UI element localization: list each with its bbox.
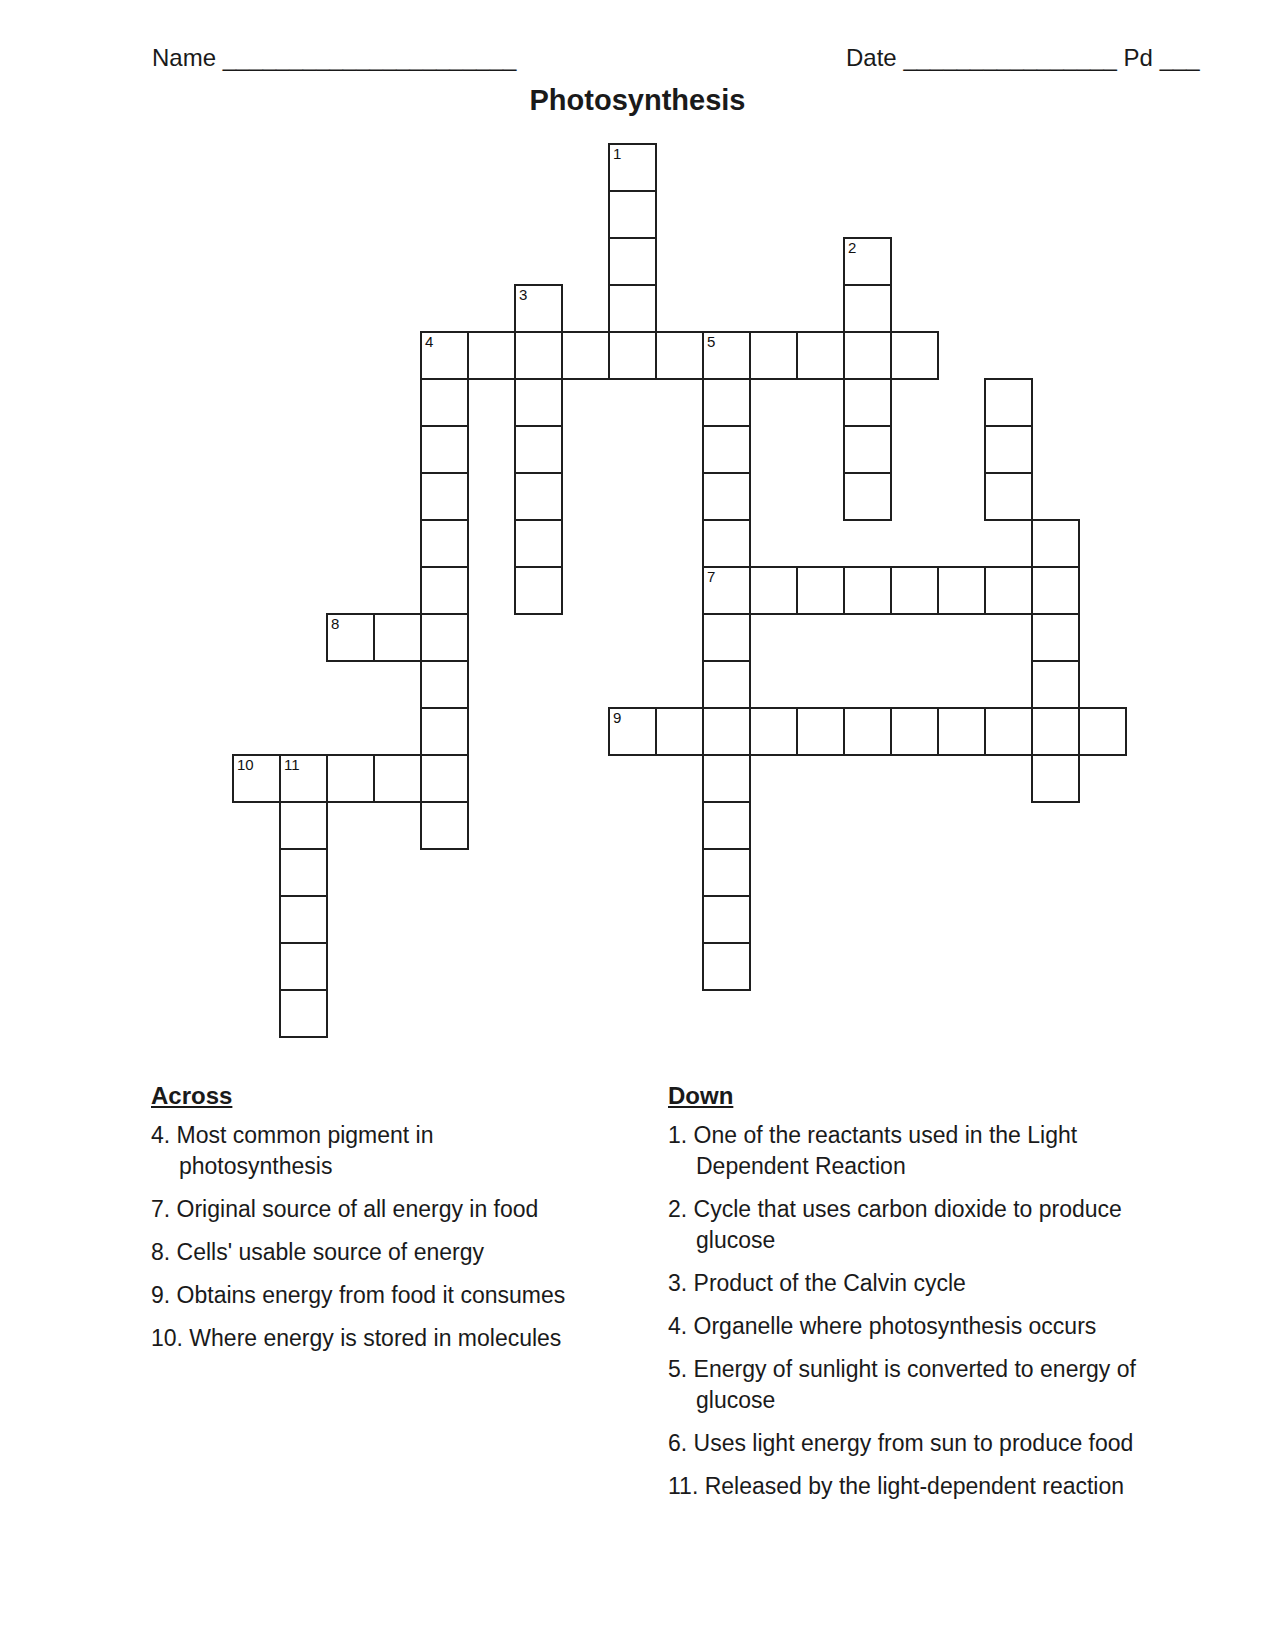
across-clues-section: Across 4. Most common pigment in photosy… bbox=[151, 1082, 626, 1366]
grid-cell[interactable] bbox=[843, 378, 892, 427]
grid-cell[interactable] bbox=[467, 331, 516, 380]
down-clue-list: 1. One of the reactants used in the Ligh… bbox=[668, 1120, 1213, 1502]
grid-cell[interactable] bbox=[843, 472, 892, 521]
grid-cell[interactable] bbox=[702, 848, 751, 897]
grid-cell[interactable] bbox=[749, 707, 798, 756]
grid-cell[interactable]: 8 bbox=[326, 613, 375, 662]
grid-cell[interactable] bbox=[749, 566, 798, 615]
grid-cell[interactable] bbox=[420, 707, 469, 756]
grid-cell[interactable] bbox=[420, 660, 469, 709]
grid-cell[interactable] bbox=[1031, 754, 1080, 803]
grid-cell[interactable] bbox=[843, 707, 892, 756]
date-blank: ________________ bbox=[903, 44, 1117, 71]
grid-cell[interactable] bbox=[843, 284, 892, 333]
grid-cell[interactable] bbox=[279, 989, 328, 1038]
grid-cell[interactable] bbox=[843, 425, 892, 474]
page-title: Photosynthesis bbox=[0, 84, 1275, 117]
down-clue-4: 4. Organelle where photosynthesis occurs bbox=[668, 1311, 1213, 1342]
grid-cell[interactable] bbox=[702, 378, 751, 427]
grid-cell[interactable]: 5 bbox=[702, 331, 751, 380]
grid-cell[interactable] bbox=[514, 566, 563, 615]
grid-cell[interactable] bbox=[420, 613, 469, 662]
grid-cell[interactable] bbox=[796, 331, 845, 380]
clue-number: 3 bbox=[519, 287, 527, 304]
down-clue-5: 5. Energy of sunlight is converted to en… bbox=[668, 1354, 1213, 1416]
across-clue-list: 4. Most common pigment in photosynthesis… bbox=[151, 1120, 626, 1354]
grid-cell[interactable] bbox=[796, 566, 845, 615]
grid-cell[interactable] bbox=[373, 613, 422, 662]
date-label: Date bbox=[846, 44, 897, 71]
grid-cell[interactable] bbox=[702, 519, 751, 568]
across-clue-9: 9. Obtains energy from food it consumes bbox=[151, 1280, 626, 1311]
grid-cell[interactable] bbox=[1078, 707, 1127, 756]
clue-number: 4 bbox=[425, 334, 433, 351]
grid-cell[interactable] bbox=[702, 707, 751, 756]
name-line: Name ______________________ bbox=[152, 44, 516, 72]
down-clues-section: Down 1. One of the reactants used in the… bbox=[668, 1082, 1213, 1514]
down-heading: Down bbox=[668, 1082, 1213, 1110]
grid-cell[interactable] bbox=[702, 660, 751, 709]
grid-cell[interactable]: 2 bbox=[843, 237, 892, 286]
grid-cell[interactable] bbox=[984, 425, 1033, 474]
grid-cell[interactable] bbox=[608, 284, 657, 333]
down-clue-3: 3. Product of the Calvin cycle bbox=[668, 1268, 1213, 1299]
clue-number: 8 bbox=[331, 616, 339, 633]
clue-number: 5 bbox=[707, 334, 715, 351]
grid-cell[interactable] bbox=[890, 331, 939, 380]
grid-cell[interactable]: 10 bbox=[232, 754, 281, 803]
grid-cell[interactable] bbox=[373, 754, 422, 803]
grid-cell[interactable] bbox=[561, 331, 610, 380]
name-label: Name bbox=[152, 44, 216, 71]
clue-number: 9 bbox=[613, 710, 621, 727]
down-clue-6: 6. Uses light energy from sun to produce… bbox=[668, 1428, 1213, 1459]
grid-cell[interactable] bbox=[796, 707, 845, 756]
clue-number: 11 bbox=[284, 757, 300, 774]
grid-cell[interactable] bbox=[514, 378, 563, 427]
grid-cell[interactable] bbox=[420, 801, 469, 850]
grid-cell[interactable] bbox=[1031, 707, 1080, 756]
grid-cell[interactable] bbox=[420, 566, 469, 615]
grid-cell[interactable] bbox=[420, 378, 469, 427]
down-clue-1: 1. One of the reactants used in the Ligh… bbox=[668, 1120, 1213, 1182]
date-line: Date ________________ Pd ___ bbox=[846, 44, 1200, 72]
grid-cell[interactable] bbox=[279, 895, 328, 944]
grid-cell[interactable] bbox=[420, 472, 469, 521]
grid-cell[interactable] bbox=[608, 331, 657, 380]
across-clue-10: 10. Where energy is stored in molecules bbox=[151, 1323, 626, 1354]
grid-cell[interactable] bbox=[702, 613, 751, 662]
clue-number: 1 bbox=[613, 146, 621, 163]
grid-cell[interactable] bbox=[514, 472, 563, 521]
grid-cell[interactable] bbox=[420, 754, 469, 803]
grid-cell[interactable] bbox=[984, 566, 1033, 615]
grid-cell[interactable] bbox=[984, 472, 1033, 521]
pd-label: Pd bbox=[1124, 44, 1153, 71]
grid-cell[interactable] bbox=[937, 566, 986, 615]
grid-cell[interactable] bbox=[843, 331, 892, 380]
grid-cell[interactable] bbox=[890, 707, 939, 756]
grid-cell[interactable] bbox=[702, 472, 751, 521]
across-clue-7: 7. Original source of all energy in food bbox=[151, 1194, 626, 1225]
grid-cell[interactable] bbox=[702, 425, 751, 474]
crossword-grid: 123457891011 bbox=[232, 143, 1127, 1038]
grid-cell[interactable] bbox=[937, 707, 986, 756]
clue-number: 7 bbox=[707, 569, 715, 586]
grid-cell[interactable] bbox=[1031, 519, 1080, 568]
grid-cell[interactable] bbox=[1031, 613, 1080, 662]
grid-cell[interactable] bbox=[514, 519, 563, 568]
grid-cell[interactable] bbox=[279, 942, 328, 991]
grid-cell[interactable] bbox=[514, 425, 563, 474]
across-heading: Across bbox=[151, 1082, 626, 1110]
grid-cell[interactable]: 3 bbox=[514, 284, 563, 333]
grid-cell[interactable] bbox=[1031, 566, 1080, 615]
pd-blank: ___ bbox=[1160, 44, 1200, 71]
across-clue-4: 4. Most common pigment in photosynthesis bbox=[151, 1120, 626, 1182]
grid-cell[interactable] bbox=[1031, 660, 1080, 709]
grid-cell[interactable] bbox=[608, 190, 657, 239]
grid-cell[interactable] bbox=[655, 331, 704, 380]
grid-cell[interactable] bbox=[608, 237, 657, 286]
grid-cell[interactable]: 9 bbox=[608, 707, 657, 756]
grid-cell[interactable] bbox=[655, 707, 704, 756]
grid-cell[interactable] bbox=[326, 754, 375, 803]
clue-number: 10 bbox=[237, 757, 254, 774]
grid-cell[interactable] bbox=[843, 566, 892, 615]
clue-number: 2 bbox=[848, 240, 856, 257]
grid-cell[interactable] bbox=[702, 942, 751, 991]
crossword-worksheet-page: { "game": "crossword", "title": "Photosy… bbox=[0, 0, 1275, 1650]
grid-cell[interactable] bbox=[420, 519, 469, 568]
grid-cell[interactable]: 1 bbox=[608, 143, 657, 192]
grid-cell[interactable] bbox=[702, 801, 751, 850]
grid-cell[interactable] bbox=[749, 331, 798, 380]
grid-cell[interactable] bbox=[279, 801, 328, 850]
grid-cell[interactable] bbox=[279, 848, 328, 897]
name-blank: ______________________ bbox=[223, 44, 517, 71]
grid-cell[interactable] bbox=[702, 895, 751, 944]
grid-cell[interactable]: 4 bbox=[420, 331, 469, 380]
grid-cell[interactable] bbox=[702, 754, 751, 803]
grid-cell[interactable]: 11 bbox=[279, 754, 328, 803]
grid-cell[interactable] bbox=[890, 566, 939, 615]
down-clue-11: 11. Released by the light-dependent reac… bbox=[668, 1471, 1213, 1502]
grid-cell[interactable]: 7 bbox=[702, 566, 751, 615]
grid-cell[interactable] bbox=[514, 331, 563, 380]
grid-cell[interactable] bbox=[984, 707, 1033, 756]
down-clue-2: 2. Cycle that uses carbon dioxide to pro… bbox=[668, 1194, 1213, 1256]
grid-cell[interactable] bbox=[420, 425, 469, 474]
grid-cell[interactable] bbox=[984, 378, 1033, 427]
across-clue-8: 8. Cells' usable source of energy bbox=[151, 1237, 626, 1268]
